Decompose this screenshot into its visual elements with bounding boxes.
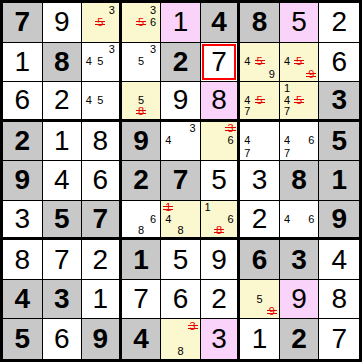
cell-value: 3 xyxy=(54,285,70,313)
cell-r7c4[interactable]: 1 xyxy=(122,240,162,280)
pencil-mark-slot: 4 xyxy=(83,95,95,107)
pencil-mark-slot: 6 xyxy=(147,213,159,225)
pencil-mark-4: 4 xyxy=(86,95,92,106)
cell-value: 2 xyxy=(211,285,227,313)
pencil-mark-slot: 5 xyxy=(135,16,147,28)
pencil-mark-slot: 5 xyxy=(254,95,266,107)
pencil-mark-5: 5 xyxy=(257,294,263,305)
pencil-mark-slot: 5 xyxy=(95,95,107,107)
cell-r1c9[interactable]: 2 xyxy=(319,3,359,43)
pencil-mark-slot: 1 xyxy=(202,202,214,214)
pencil-marks: 38 xyxy=(162,320,199,358)
pencil-mark-slot: 3 xyxy=(106,44,118,56)
cell-r1c2[interactable]: 9 xyxy=(43,3,83,43)
pencil-marks: 36 xyxy=(202,123,237,160)
cell-r2c9[interactable]: 6 xyxy=(319,43,359,83)
pencil-mark-8-eliminated: 8 xyxy=(216,225,222,236)
cell-value: 9 xyxy=(211,246,227,274)
pencil-marks: 1457 xyxy=(281,83,318,118)
pencil-mark-slot: 6 xyxy=(225,135,237,147)
cell-value: 3 xyxy=(211,325,227,353)
cell-value: 3 xyxy=(291,246,307,274)
pencil-mark-slot: 7 xyxy=(241,147,253,159)
cell-r9c5[interactable]: 38 xyxy=(161,319,201,359)
cell-r6c6[interactable]: 168 xyxy=(201,201,241,241)
pencil-mark-slot: 3 xyxy=(225,123,237,135)
pencil-marks: 35 xyxy=(123,44,160,81)
cell-value: 9 xyxy=(173,86,189,114)
cell-r4c5[interactable]: 34 xyxy=(161,122,201,162)
cell-r9c4[interactable]: 4 xyxy=(122,319,162,359)
pencil-mark-4: 4 xyxy=(284,56,290,67)
cell-r1c5[interactable]: 1 xyxy=(161,3,201,43)
pencil-mark-slot: 9 xyxy=(266,305,278,317)
cell-value: 1 xyxy=(133,246,149,274)
cell-value: 2 xyxy=(252,205,268,233)
cell-value: 9 xyxy=(331,205,347,233)
pencil-mark-5-eliminated: 5 xyxy=(296,95,302,106)
cell-r4c3[interactable]: 8 xyxy=(82,122,122,162)
cell-r9c7[interactable]: 1 xyxy=(240,319,280,359)
cell-value: 2 xyxy=(133,166,149,194)
pencil-marks: 345 xyxy=(83,44,118,81)
cell-value: 7 xyxy=(93,205,109,233)
pencil-mark-slot: 5 xyxy=(95,16,107,28)
pencil-marks: 457 xyxy=(241,83,278,118)
cell-r1c4[interactable]: 356 xyxy=(122,3,162,43)
pencil-mark-slot: 4 xyxy=(162,135,174,147)
pencil-mark-4: 4 xyxy=(244,135,250,146)
cell-r2c5[interactable]: 2 xyxy=(161,43,201,83)
pencil-marks: 45 xyxy=(83,83,118,118)
pencil-mark-9: 9 xyxy=(269,69,275,80)
pencil-marks: 58 xyxy=(123,83,160,118)
cell-r3c8[interactable]: 1457 xyxy=(280,82,320,122)
pencil-mark-slot: 7 xyxy=(281,106,293,118)
cell-r3c2[interactable]: 2 xyxy=(43,82,83,122)
cell-value: 9 xyxy=(93,325,109,353)
pencil-mark-5: 5 xyxy=(97,95,103,106)
pencil-mark-1: 1 xyxy=(284,83,290,94)
pencil-mark-3: 3 xyxy=(190,123,196,134)
cell-value: 2 xyxy=(14,127,30,155)
pencil-mark-slot: 1 xyxy=(162,202,174,214)
pencil-mark-3: 3 xyxy=(150,44,156,55)
cell-r4c8[interactable]: 467 xyxy=(280,122,320,162)
cell-value: 8 xyxy=(252,8,268,36)
cell-r5c5[interactable]: 7 xyxy=(161,161,201,201)
pencil-marks: 356 xyxy=(123,4,160,41)
pencil-mark-slot: 3 xyxy=(187,320,199,333)
pencil-mark-slot: 9 xyxy=(266,68,278,80)
pencil-mark-5-eliminated: 5 xyxy=(296,56,302,67)
cell-r3c3[interactable]: 45 xyxy=(82,82,122,122)
pencil-mark-6: 6 xyxy=(150,214,156,225)
pencil-mark-6: 6 xyxy=(227,135,233,146)
pencil-mark-slot: 3 xyxy=(147,4,159,16)
pencil-mark-6: 6 xyxy=(308,214,314,225)
pencil-mark-4: 4 xyxy=(284,95,290,106)
cell-value: 8 xyxy=(291,166,307,194)
pencil-marks: 467 xyxy=(281,123,318,160)
cell-r8c5[interactable]: 6 xyxy=(161,280,201,320)
cell-r4c6[interactable]: 36 xyxy=(201,122,241,162)
pencil-mark-slot: 3 xyxy=(147,44,159,56)
cell-value: 7 xyxy=(211,48,227,76)
cell-value: 4 xyxy=(331,246,347,274)
cell-r4c4[interactable]: 9 xyxy=(122,122,162,162)
pencil-mark-slot: 7 xyxy=(241,106,253,118)
cell-r3c9[interactable]: 3 xyxy=(319,82,359,122)
cell-value: 7 xyxy=(331,325,347,353)
cell-r8c3[interactable]: 1 xyxy=(82,280,122,320)
cell-r8c1[interactable]: 4 xyxy=(3,280,43,320)
cell-value: 6 xyxy=(252,246,268,274)
cell-value: 4 xyxy=(14,285,30,313)
cell-value: 5 xyxy=(54,205,70,233)
cell-value: 2 xyxy=(93,246,109,274)
pencil-mark-slot: 5 xyxy=(293,56,305,68)
pencil-mark-8: 8 xyxy=(138,225,144,236)
cell-value: 1 xyxy=(173,8,189,36)
cell-value: 7 xyxy=(173,166,189,194)
pencil-mark-slot: 4 xyxy=(241,56,253,68)
cell-value: 1 xyxy=(14,48,30,76)
pencil-mark-slot: 5 xyxy=(254,293,266,305)
cell-value: 2 xyxy=(173,48,189,76)
cell-value: 7 xyxy=(133,285,149,313)
cell-r5c9[interactable]: 1 xyxy=(319,161,359,201)
cell-value: 9 xyxy=(14,166,30,194)
cell-r5c1[interactable]: 9 xyxy=(3,161,43,201)
cell-r7c8[interactable]: 3 xyxy=(280,240,320,280)
pencil-mark-3: 3 xyxy=(150,5,156,16)
cell-value: 9 xyxy=(291,285,307,313)
cell-value: 6 xyxy=(14,86,30,114)
pencil-marks: 148 xyxy=(162,202,199,237)
cell-r9c9[interactable]: 7 xyxy=(319,319,359,359)
pencil-mark-slot: 4 xyxy=(83,56,95,68)
pencil-mark-8: 8 xyxy=(177,225,183,236)
cell-r5c3[interactable]: 6 xyxy=(82,161,122,201)
cell-r3c7[interactable]: 457 xyxy=(240,82,280,122)
cell-r9c1[interactable]: 5 xyxy=(3,319,43,359)
pencil-mark-slot: 8 xyxy=(174,345,186,358)
cell-value: 8 xyxy=(331,285,347,313)
cell-r8c7[interactable]: 59 xyxy=(240,280,280,320)
cell-r2c3[interactable]: 345 xyxy=(82,43,122,83)
cell-r2c4[interactable]: 35 xyxy=(122,43,162,83)
pencil-mark-slot: 4 xyxy=(281,135,293,147)
cell-r9c3[interactable]: 9 xyxy=(82,319,122,359)
cell-r8c8[interactable]: 9 xyxy=(280,280,320,320)
cell-r7c6[interactable]: 9 xyxy=(201,240,241,280)
cell-r4c7[interactable]: 47 xyxy=(240,122,280,162)
pencil-mark-slot: 8 xyxy=(174,225,186,237)
cell-value: 6 xyxy=(173,285,189,313)
cell-value: 8 xyxy=(54,48,70,76)
pencil-mark-4: 4 xyxy=(165,214,171,225)
cell-value: 2 xyxy=(54,86,70,114)
cell-r3c1[interactable]: 6 xyxy=(3,82,43,122)
cell-value: 3 xyxy=(14,205,30,233)
pencil-mark-slot: 3 xyxy=(187,123,199,135)
pencil-mark-slot: 6 xyxy=(305,135,317,147)
cell-r2c8[interactable]: 459 xyxy=(280,43,320,83)
cell-value: 5 xyxy=(331,127,347,155)
cell-value: 1 xyxy=(331,166,347,194)
pencil-mark-8: 8 xyxy=(177,346,183,357)
cell-r8c2[interactable]: 3 xyxy=(43,280,83,320)
cell-value: 7 xyxy=(54,246,70,274)
cell-value: 3 xyxy=(252,166,268,194)
cell-r8c4[interactable]: 7 xyxy=(122,280,162,320)
pencil-mark-slot: 4 xyxy=(281,56,293,68)
cell-r9c6[interactable]: 3 xyxy=(201,319,241,359)
pencil-marks: 459 xyxy=(241,44,278,81)
pencil-mark-slot: 3 xyxy=(106,4,118,16)
pencil-marks: 47 xyxy=(241,123,278,160)
cell-r4c1[interactable]: 2 xyxy=(3,122,43,162)
pencil-mark-6: 6 xyxy=(150,17,156,28)
pencil-mark-6: 6 xyxy=(308,135,314,146)
pencil-mark-3-eliminated: 3 xyxy=(227,123,233,134)
pencil-mark-7: 7 xyxy=(244,148,250,159)
cell-r6c4[interactable]: 68 xyxy=(122,201,162,241)
cell-value: 8 xyxy=(14,246,30,274)
pencil-mark-slot: 6 xyxy=(147,16,159,28)
cell-value: 9 xyxy=(54,8,70,36)
cell-r9c8[interactable]: 2 xyxy=(280,319,320,359)
cell-r6c8[interactable]: 46 xyxy=(280,201,320,241)
pencil-mark-4: 4 xyxy=(284,214,290,225)
cell-r9c2[interactable]: 6 xyxy=(43,319,83,359)
cell-r6c3[interactable]: 7 xyxy=(82,201,122,241)
pencil-mark-9-eliminated: 9 xyxy=(269,306,275,317)
cell-value: 2 xyxy=(291,325,307,353)
cell-r6c1[interactable]: 3 xyxy=(3,201,43,241)
cell-r1c8[interactable]: 5 xyxy=(280,3,320,43)
cell-r4c9[interactable]: 5 xyxy=(319,122,359,162)
cell-r4c2[interactable]: 1 xyxy=(43,122,83,162)
pencil-mark-5-eliminated: 5 xyxy=(257,56,263,67)
pencil-marks: 68 xyxy=(123,202,160,237)
cell-value: 7 xyxy=(14,8,30,36)
pencil-mark-1: 1 xyxy=(204,202,210,213)
cell-r6c9[interactable]: 9 xyxy=(319,201,359,241)
pencil-marks: 459 xyxy=(281,44,318,81)
pencil-mark-4: 4 xyxy=(284,135,290,146)
cell-r5c2[interactable]: 4 xyxy=(43,161,83,201)
cell-value: 1 xyxy=(252,325,268,353)
pencil-mark-5: 5 xyxy=(138,56,144,67)
cell-r5c8[interactable]: 8 xyxy=(280,161,320,201)
pencil-mark-slot: 6 xyxy=(305,213,317,225)
cell-value: 4 xyxy=(133,325,149,353)
cell-r2c2[interactable]: 8 xyxy=(43,43,83,83)
cell-value: 5 xyxy=(291,8,307,36)
cell-r6c7[interactable]: 2 xyxy=(240,201,280,241)
pencil-mark-5: 5 xyxy=(97,56,103,67)
cell-r1c6[interactable]: 4 xyxy=(201,3,241,43)
cell-value: 6 xyxy=(331,48,347,76)
pencil-mark-7: 7 xyxy=(284,148,290,159)
cell-value: 3 xyxy=(331,86,347,114)
pencil-mark-slot: 4 xyxy=(162,213,174,225)
cell-value: 5 xyxy=(14,325,30,353)
cell-r7c3[interactable]: 2 xyxy=(82,240,122,280)
pencil-mark-5-eliminated: 5 xyxy=(97,17,103,28)
cell-value: 2 xyxy=(331,8,347,36)
pencil-mark-5-eliminated: 5 xyxy=(138,17,144,28)
cell-r7c1[interactable]: 8 xyxy=(3,240,43,280)
cell-r8c9[interactable]: 8 xyxy=(319,280,359,320)
cell-value: 4 xyxy=(54,166,70,194)
pencil-mark-slot: 7 xyxy=(281,147,293,159)
pencil-mark-4: 4 xyxy=(244,95,250,106)
cell-r7c2[interactable]: 7 xyxy=(43,240,83,280)
pencil-mark-5-eliminated: 5 xyxy=(257,95,263,106)
pencil-mark-slot: 6 xyxy=(225,213,237,225)
cell-value: 5 xyxy=(211,166,227,194)
pencil-mark-5: 5 xyxy=(138,95,144,106)
pencil-mark-slot: 5 xyxy=(293,95,305,107)
cell-value: 6 xyxy=(93,166,109,194)
cell-r1c3[interactable]: 35 xyxy=(82,3,122,43)
pencil-mark-3-eliminated: 3 xyxy=(190,321,196,332)
pencil-marks: 34 xyxy=(162,123,199,160)
pencil-mark-4: 4 xyxy=(165,135,171,146)
cell-value: 6 xyxy=(54,325,70,353)
pencil-mark-slot: 5 xyxy=(135,56,147,68)
cell-r2c7[interactable]: 459 xyxy=(240,43,280,83)
pencil-marks: 46 xyxy=(281,202,318,237)
pencil-mark-slot: 9 xyxy=(305,68,317,80)
pencil-mark-7: 7 xyxy=(284,106,290,117)
pencil-mark-slot: 4 xyxy=(241,135,253,147)
cell-r7c5[interactable]: 5 xyxy=(161,240,201,280)
cell-value: 1 xyxy=(54,127,70,155)
cell-r2c1[interactable]: 1 xyxy=(3,43,43,83)
cell-value: 1 xyxy=(93,285,109,313)
cell-value: 4 xyxy=(211,8,227,36)
pencil-mark-slot: 4 xyxy=(281,213,293,225)
cell-r7c9[interactable]: 4 xyxy=(319,240,359,280)
pencil-mark-8-eliminated: 8 xyxy=(138,106,144,117)
pencil-mark-slot: 8 xyxy=(213,225,225,237)
cell-r1c1[interactable]: 7 xyxy=(3,3,43,43)
pencil-mark-slot: 8 xyxy=(135,106,147,118)
pencil-mark-slot: 8 xyxy=(135,225,147,237)
pencil-marks: 35 xyxy=(83,4,118,41)
pencil-mark-4: 4 xyxy=(244,56,250,67)
pencil-mark-7: 7 xyxy=(244,106,250,117)
pencil-marks: 59 xyxy=(241,281,278,318)
cell-r3c6[interactable]: 8 xyxy=(201,82,241,122)
pencil-marks: 168 xyxy=(202,202,237,237)
cell-r5c6[interactable]: 5 xyxy=(201,161,241,201)
pencil-mark-slot: 5 xyxy=(254,56,266,68)
sudoku-board: 7935356148521834535274594596624558984571… xyxy=(0,0,362,362)
cell-r3c4[interactable]: 58 xyxy=(122,82,162,122)
pencil-mark-slot: 1 xyxy=(281,83,293,95)
pencil-mark-9-eliminated: 9 xyxy=(308,69,314,80)
cell-r7c7[interactable]: 6 xyxy=(240,240,280,280)
pencil-mark-1-eliminated: 1 xyxy=(165,202,171,213)
pencil-mark-4: 4 xyxy=(86,56,92,67)
cell-r5c7[interactable]: 3 xyxy=(240,161,280,201)
cell-value: 5 xyxy=(173,246,189,274)
cell-value: 9 xyxy=(133,127,149,155)
cell-r6c5[interactable]: 148 xyxy=(161,201,201,241)
pencil-mark-3: 3 xyxy=(109,5,115,16)
pencil-mark-3: 3 xyxy=(109,44,115,55)
cell-r3c5[interactable]: 9 xyxy=(161,82,201,122)
cell-r1c7[interactable]: 8 xyxy=(240,3,280,43)
cell-r2c6[interactable]: 7 xyxy=(201,43,241,83)
pencil-mark-6: 6 xyxy=(227,214,233,225)
cell-value: 8 xyxy=(211,86,227,114)
cell-r6c2[interactable]: 5 xyxy=(43,201,83,241)
pencil-mark-slot: 5 xyxy=(95,56,107,68)
cell-r5c4[interactable]: 2 xyxy=(122,161,162,201)
cell-value: 8 xyxy=(93,127,109,155)
cell-r8c6[interactable]: 2 xyxy=(201,280,241,320)
